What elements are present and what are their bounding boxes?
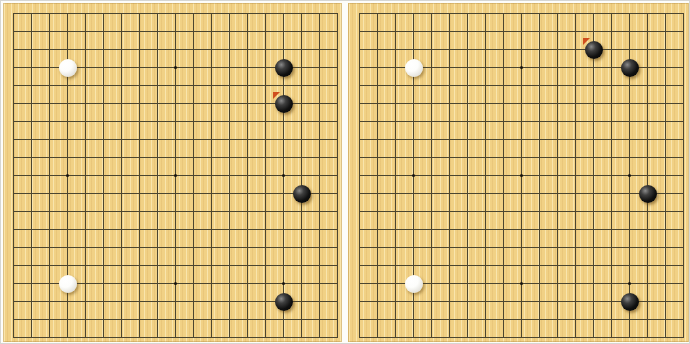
star-point <box>520 66 523 69</box>
stone-black-Q3 <box>621 293 639 311</box>
stone-black-R9 <box>639 185 657 203</box>
stone-black-Q16 <box>621 59 639 77</box>
stone-black-R9 <box>293 185 311 203</box>
star-point <box>282 282 285 285</box>
stone-black-O17 <box>585 41 603 59</box>
last-move-marker <box>583 38 591 46</box>
stone-black-Q3 <box>275 293 293 311</box>
star-point <box>628 174 631 177</box>
board-overlay <box>13 13 338 338</box>
last-move-marker <box>273 92 281 100</box>
stone-black-Q16 <box>275 59 293 77</box>
go-board-right[interactable] <box>348 3 689 342</box>
go-board-left[interactable] <box>3 3 342 342</box>
star-point <box>174 174 177 177</box>
star-point <box>520 282 523 285</box>
star-point <box>282 174 285 177</box>
star-point <box>628 282 631 285</box>
star-point <box>520 174 523 177</box>
star-point <box>66 174 69 177</box>
stone-white-D4 <box>59 275 77 293</box>
star-point <box>174 282 177 285</box>
go-diagram <box>0 0 690 344</box>
stone-white-D16 <box>59 59 77 77</box>
stone-white-D4 <box>405 275 423 293</box>
star-point <box>412 174 415 177</box>
stone-white-D16 <box>405 59 423 77</box>
star-point <box>174 66 177 69</box>
stone-black-Q14 <box>275 95 293 113</box>
board-overlay <box>359 13 684 338</box>
